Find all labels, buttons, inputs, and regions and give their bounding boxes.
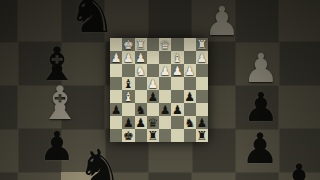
video-frame: ♞♟♝♝♟♟♟♟♞♟ ♚♜♛♜♟♟♟♝♟♞♟♟♟♝♟♝♟♟♟♞♟♟♟♟♛♞♟♚♜… <box>0 0 320 180</box>
board-vignette <box>110 38 208 142</box>
